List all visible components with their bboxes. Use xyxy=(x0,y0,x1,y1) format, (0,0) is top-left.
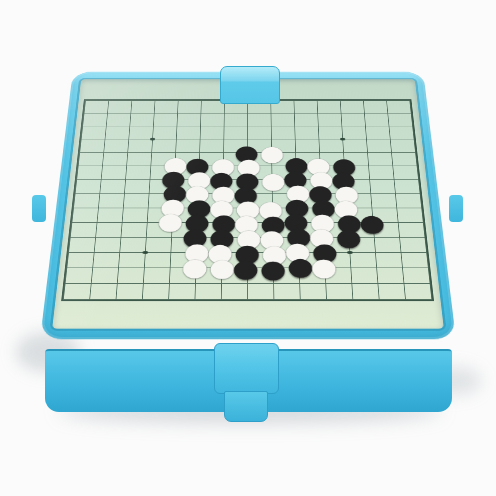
white-stone[interactable]: ● xyxy=(308,255,340,280)
bottom-latch-lower[interactable] xyxy=(224,391,268,422)
bottom-latch-upper[interactable] xyxy=(214,343,279,394)
tray-3d-wrapper: ●●●●●●●●●●●●●●●●●●●●●●●●●●●●●●●●●●●●●●●●… xyxy=(40,72,456,339)
star-point xyxy=(347,251,353,254)
left-hinge-nub xyxy=(32,195,46,222)
tray-top-frame: ●●●●●●●●●●●●●●●●●●●●●●●●●●●●●●●●●●●●●●●●… xyxy=(40,72,456,339)
goban-grid[interactable]: ●●●●●●●●●●●●●●●●●●●●●●●●●●●●●●●●●●●●●●●●… xyxy=(63,100,432,300)
star-point xyxy=(340,138,345,141)
black-stone[interactable]: ● xyxy=(230,256,261,281)
star-point xyxy=(150,138,155,141)
right-hinge-nub xyxy=(449,195,463,222)
top-clasp[interactable] xyxy=(220,66,280,104)
product-photo-stage: ●●●●●●●●●●●●●●●●●●●●●●●●●●●●●●●●●●●●●●●●… xyxy=(0,0,496,496)
board-surface: ●●●●●●●●●●●●●●●●●●●●●●●●●●●●●●●●●●●●●●●●… xyxy=(52,79,444,328)
star-point xyxy=(143,251,149,254)
